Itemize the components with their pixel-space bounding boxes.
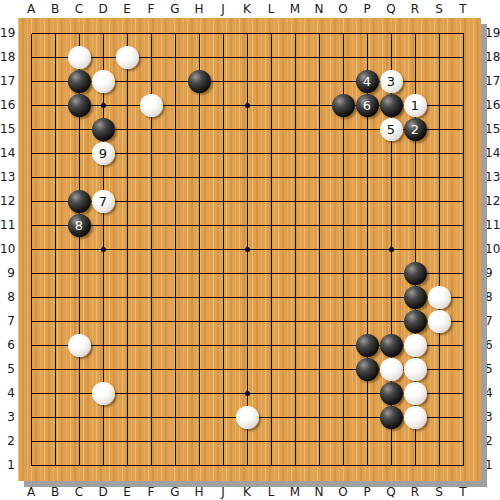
stone-black-C12 (68, 190, 91, 213)
coord-right-9: 9 (485, 266, 500, 280)
stone-white-E18 (116, 46, 139, 69)
coord-top-N: N (307, 2, 331, 16)
coord-left-3: 3 (0, 410, 15, 424)
stone-white-C18 (68, 46, 91, 69)
stone-white-R6 (404, 334, 427, 357)
coord-bottom-D: D (91, 485, 115, 499)
coord-bottom-B: B (43, 485, 67, 499)
stone-white-F16 (140, 94, 163, 117)
stone-white-R4 (404, 382, 427, 405)
coord-left-13: 13 (0, 170, 15, 184)
coord-left-2: 2 (0, 434, 15, 448)
coord-top-P: P (355, 2, 379, 16)
move-number-label: 6 (363, 99, 371, 112)
star-point-K10 (245, 247, 250, 252)
move-number-label: 4 (363, 75, 371, 88)
coord-top-B: B (43, 2, 67, 16)
coord-top-D: D (91, 2, 115, 16)
coord-bottom-H: H (187, 485, 211, 499)
coord-top-F: F (139, 2, 163, 16)
coord-left-12: 12 (0, 194, 15, 208)
stone-black-Q3 (380, 406, 403, 429)
coord-left-4: 4 (0, 386, 15, 400)
stone-black-C11: 8 (68, 214, 91, 237)
stone-white-D17 (92, 70, 115, 93)
stone-black-R7 (404, 310, 427, 333)
stone-white-Q5 (380, 358, 403, 381)
coord-bottom-R: R (403, 485, 427, 499)
move-number-label: 5 (387, 123, 395, 136)
coord-bottom-M: M (283, 485, 307, 499)
coord-right-12: 12 (485, 194, 500, 208)
stone-black-R15: 2 (404, 118, 427, 141)
coord-left-9: 9 (0, 266, 15, 280)
coord-top-G: G (163, 2, 187, 16)
coord-bottom-E: E (115, 485, 139, 499)
stone-white-S8 (428, 286, 451, 309)
coord-left-1: 1 (0, 458, 15, 472)
star-point-D16 (101, 103, 106, 108)
coord-top-K: K (235, 2, 259, 16)
coord-bottom-S: S (427, 485, 451, 499)
coord-right-11: 11 (485, 218, 500, 232)
coord-bottom-A: A (19, 485, 43, 499)
stone-black-C17 (68, 70, 91, 93)
stone-black-Q6 (380, 334, 403, 357)
coord-left-18: 18 (0, 50, 15, 64)
star-point-K4 (245, 391, 250, 396)
stone-white-R16: 1 (404, 94, 427, 117)
coord-right-13: 13 (485, 170, 500, 184)
coord-left-8: 8 (0, 290, 15, 304)
coord-right-6: 6 (485, 338, 500, 352)
coord-right-10: 10 (485, 242, 500, 256)
coord-left-17: 17 (0, 74, 15, 88)
coord-top-O: O (331, 2, 355, 16)
coord-right-7: 7 (485, 314, 500, 328)
stone-white-K3 (236, 406, 259, 429)
coord-left-5: 5 (0, 362, 15, 376)
coord-top-R: R (403, 2, 427, 16)
stone-black-C16 (68, 94, 91, 117)
coord-left-11: 11 (0, 218, 15, 232)
coord-bottom-K: K (235, 485, 259, 499)
coord-left-10: 10 (0, 242, 15, 256)
coord-left-16: 16 (0, 98, 15, 112)
stone-black-P17: 4 (356, 70, 379, 93)
coord-top-Q: Q (379, 2, 403, 16)
coord-top-C: C (67, 2, 91, 16)
coord-right-3: 3 (485, 410, 500, 424)
coord-right-2: 2 (485, 434, 500, 448)
coord-top-H: H (187, 2, 211, 16)
stone-white-S7 (428, 310, 451, 333)
stone-white-Q15: 5 (380, 118, 403, 141)
coord-right-18: 18 (485, 50, 500, 64)
coord-bottom-O: O (331, 485, 355, 499)
stone-black-Q16 (380, 94, 403, 117)
coord-bottom-Q: Q (379, 485, 403, 499)
stone-black-H17 (188, 70, 211, 93)
coord-bottom-P: P (355, 485, 379, 499)
move-number-label: 7 (99, 195, 107, 208)
coord-left-15: 15 (0, 122, 15, 136)
coord-bottom-L: L (259, 485, 283, 499)
coord-right-14: 14 (485, 146, 500, 160)
coord-bottom-G: G (163, 485, 187, 499)
coord-right-1: 1 (485, 458, 500, 472)
stone-white-D14: 9 (92, 142, 115, 165)
move-number-label: 1 (411, 99, 419, 112)
stone-black-P5 (356, 358, 379, 381)
move-number-label: 3 (387, 75, 395, 88)
coord-right-15: 15 (485, 122, 500, 136)
coord-right-8: 8 (485, 290, 500, 304)
coord-left-7: 7 (0, 314, 15, 328)
coord-left-6: 6 (0, 338, 15, 352)
coord-top-M: M (283, 2, 307, 16)
coord-right-19: 19 (485, 26, 500, 40)
stone-white-Q17: 3 (380, 70, 403, 93)
coord-right-5: 5 (485, 362, 500, 376)
stone-black-Q4 (380, 382, 403, 405)
stone-black-O16 (332, 94, 355, 117)
coord-right-16: 16 (485, 98, 500, 112)
coord-right-17: 17 (485, 74, 500, 88)
coord-top-E: E (115, 2, 139, 16)
coord-bottom-J: J (211, 485, 235, 499)
stone-white-R3 (404, 406, 427, 429)
move-number-label: 9 (99, 147, 107, 160)
coord-bottom-T: T (451, 485, 475, 499)
stone-black-R9 (404, 262, 427, 285)
star-point-D10 (101, 247, 106, 252)
stone-white-R5 (404, 358, 427, 381)
stone-black-P16: 6 (356, 94, 379, 117)
go-app-window: ABCDEFGHJKLMNOPQRST ABCDEFGHJKLMNOPQRST … (0, 0, 500, 500)
coord-top-A: A (19, 2, 43, 16)
coord-left-19: 19 (0, 26, 15, 40)
coord-bottom-F: F (139, 485, 163, 499)
stone-white-D12: 7 (92, 190, 115, 213)
coord-left-14: 14 (0, 146, 15, 160)
coord-top-T: T (451, 2, 475, 16)
move-number-label: 8 (75, 219, 83, 232)
go-board[interactable]: 123456789 (18, 18, 481, 481)
stone-black-R8 (404, 286, 427, 309)
stone-white-D4 (92, 382, 115, 405)
stone-black-D15 (92, 118, 115, 141)
coord-top-L: L (259, 2, 283, 16)
stone-white-C6 (68, 334, 91, 357)
coord-right-4: 4 (485, 386, 500, 400)
star-point-K16 (245, 103, 250, 108)
stone-black-P6 (356, 334, 379, 357)
coord-bottom-N: N (307, 485, 331, 499)
coord-top-S: S (427, 2, 451, 16)
coord-bottom-C: C (67, 485, 91, 499)
coord-top-J: J (211, 2, 235, 16)
move-number-label: 2 (411, 123, 419, 136)
star-point-Q10 (389, 247, 394, 252)
